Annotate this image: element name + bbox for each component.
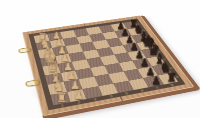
board-squares-grid: ♜♟♟♜♞♟♟♞♝♟♟♝♚♟♟♚♛♟♟♛♝♟♟♝♞♟♟♞♜♟♟♜ [34,21,178,105]
square-f2: ♟ [52,46,69,56]
board-dark-border: ♜♟♟♜♞♟♟♞♝♟♟♝♚♟♟♚♛♟♟♛♝♟♟♝♞♟♟♞♜♟♟♜ 1234567… [28,18,185,110]
brass-clasp-icon [25,79,39,87]
board-outer-frame: ♜♟♟♜♞♟♟♞♝♟♟♝♚♟♟♚♛♟♟♛♝♟♟♝♞♟♟♞♜♟♟♜ 1234567… [22,15,194,116]
square-e4 [82,49,100,59]
chess-board: ♜♟♟♜♞♟♟♞♝♟♟♝♚♟♟♚♛♟♟♛♝♟♟♝♞♟♟♞♜♟♟♜ 1234567… [22,15,194,116]
brass-clasp-icon [18,47,31,53]
chess-set-photo: ♜♟♟♜♞♟♟♞♝♟♟♝♚♟♟♚♛♟♟♛♝♟♟♝♞♟♟♞♜♟♟♜ 1234567… [0,0,200,118]
